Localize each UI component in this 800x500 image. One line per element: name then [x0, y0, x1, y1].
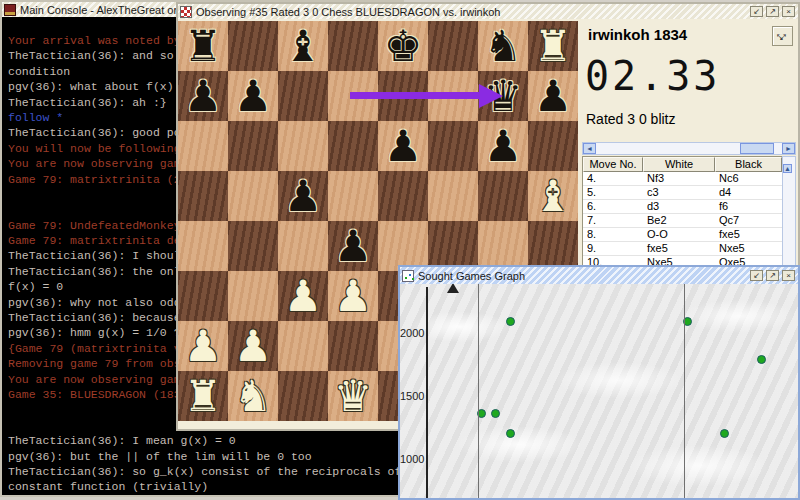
- console-line: TheTactician(36): so g_k(x) consist of t…: [8, 464, 402, 479]
- black-pawn-piece: ♟: [328, 221, 378, 271]
- white-pawn-piece: ♟: [228, 321, 278, 371]
- dock-icon[interactable]: ↙: [750, 6, 763, 17]
- square-f8[interactable]: [428, 21, 478, 71]
- square-a6[interactable]: [178, 121, 228, 171]
- move-cell: Nf3: [643, 172, 715, 185]
- graph-title: Sought Games Graph: [418, 270, 750, 282]
- square-g5[interactable]: [478, 171, 528, 221]
- move-row[interactable]: 8.O-Ofxe5: [583, 228, 782, 242]
- square-e5[interactable]: [378, 171, 428, 221]
- move-scrollbar-track[interactable]: [596, 143, 782, 154]
- move-cell: 8.: [583, 228, 643, 241]
- move-cell: f6: [715, 200, 782, 213]
- square-h8[interactable]: ♜: [528, 21, 578, 71]
- black-pawn-piece: ♟: [228, 71, 278, 121]
- move-cell: d3: [643, 200, 715, 213]
- white-knight-piece: ♞: [228, 371, 278, 421]
- console-line: TheTactician(36): I mean g(x) = 0: [8, 433, 402, 448]
- white-rook-piece: ♜: [528, 21, 578, 71]
- square-a8[interactable]: ♜: [178, 21, 228, 71]
- black-king-piece: ♚: [378, 21, 428, 71]
- square-e4[interactable]: [378, 221, 428, 271]
- square-g4[interactable]: [478, 221, 528, 271]
- dock-icon[interactable]: ↙: [750, 270, 763, 281]
- console-window-icon: [4, 4, 16, 16]
- console-line: constant function (trivially): [8, 479, 402, 494]
- app-screen: Main Console - AlexTheGreat on Free Int …: [0, 0, 800, 500]
- square-e8[interactable]: ♚: [378, 21, 428, 71]
- black-bishop-piece: ♝: [278, 21, 328, 71]
- square-b2[interactable]: ♟: [228, 321, 278, 371]
- white-pawn-piece: ♟: [328, 271, 378, 321]
- square-e6[interactable]: ♟: [378, 121, 428, 171]
- sought-graph-plot: 2000 1500 1000: [400, 284, 798, 498]
- move-cell: 9.: [583, 242, 643, 255]
- square-a5[interactable]: [178, 171, 228, 221]
- square-h7[interactable]: ♟: [528, 71, 578, 121]
- square-c7[interactable]: [278, 71, 328, 121]
- square-f5[interactable]: [428, 171, 478, 221]
- square-h4[interactable]: [528, 221, 578, 271]
- square-b4[interactable]: [228, 221, 278, 271]
- sought-game-dot[interactable]: [720, 429, 729, 438]
- square-d5[interactable]: [328, 171, 378, 221]
- sought-game-dot[interactable]: [757, 355, 766, 364]
- square-h6[interactable]: [528, 121, 578, 171]
- graph-window-icon: [402, 270, 414, 282]
- col-move-no[interactable]: Move No.: [583, 157, 643, 172]
- move-table-header: Move No. White Black: [583, 157, 782, 172]
- square-b5[interactable]: [228, 171, 278, 221]
- observing-title: Observing #35 Rated 3 0 Chess BLUESDRAGO…: [196, 6, 750, 18]
- black-rook-piece: ♜: [178, 21, 228, 71]
- scroll-up-icon[interactable]: ▲: [783, 164, 792, 173]
- square-h5[interactable]: ♝: [528, 171, 578, 221]
- sought-game-dot[interactable]: [506, 429, 515, 438]
- y-tick-2000: 2000: [400, 327, 424, 339]
- white-bishop-piece: ♝: [528, 171, 578, 221]
- black-pawn-piece: ♟: [178, 71, 228, 121]
- square-a1[interactable]: ♜: [178, 371, 228, 421]
- grid-line: [478, 284, 479, 498]
- black-clock: 02.33: [585, 53, 720, 99]
- sought-graph-window: Sought Games Graph ↙ ↗ × 2000 1500 1000: [398, 265, 800, 500]
- move-row[interactable]: 7.Be2Qc7: [583, 214, 782, 228]
- square-d8[interactable]: [328, 21, 378, 71]
- white-rook-piece: ♜: [178, 371, 228, 421]
- move-row[interactable]: 5.c3d4: [583, 186, 782, 200]
- black-pawn-piece: ♟: [528, 71, 578, 121]
- y-axis-arrow-icon: [447, 284, 459, 293]
- move-cell: Nxe5: [715, 242, 782, 255]
- square-b8[interactable]: [228, 21, 278, 71]
- col-black[interactable]: Black: [715, 157, 782, 172]
- square-g6[interactable]: ♟: [478, 121, 528, 171]
- sought-game-dot[interactable]: [491, 409, 500, 418]
- observing-window-icon: [180, 6, 192, 18]
- move-row[interactable]: 4.Nf3Nc6: [583, 172, 782, 186]
- square-d6[interactable]: [328, 121, 378, 171]
- black-pawn-piece: ♟: [378, 121, 428, 171]
- move-cell: Be2: [643, 214, 715, 227]
- move-cell: 7.: [583, 214, 643, 227]
- close-icon[interactable]: ×: [782, 6, 795, 17]
- rating-type-label: Rated 3 0 blitz: [586, 111, 676, 127]
- square-f4[interactable]: [428, 221, 478, 271]
- move-cell: fxe5: [715, 228, 782, 241]
- flip-board-button[interactable]: ↔ ↔: [772, 26, 793, 46]
- square-c6[interactable]: [278, 121, 328, 171]
- square-b7[interactable]: ♟: [228, 71, 278, 121]
- console-line: pgv(36): but the || of the lim will be 0…: [8, 449, 402, 464]
- move-scrollbar-thumb[interactable]: [740, 143, 774, 154]
- square-c8[interactable]: ♝: [278, 21, 328, 71]
- square-d1[interactable]: ♛: [328, 371, 378, 421]
- sought-game-dot[interactable]: [506, 317, 515, 326]
- observing-title-bar[interactable]: Observing #35 Rated 3 0 Chess BLUESDRAGO…: [178, 4, 798, 19]
- square-a7[interactable]: ♟: [178, 71, 228, 121]
- white-pawn-piece: ♟: [178, 321, 228, 371]
- square-a4[interactable]: [178, 221, 228, 271]
- square-g8[interactable]: ♞: [478, 21, 528, 71]
- undock-icon[interactable]: ↗: [766, 6, 779, 17]
- move-cell: c3: [643, 186, 715, 199]
- move-cell: d4: [715, 186, 782, 199]
- move-cell: 4.: [583, 172, 643, 185]
- square-a2[interactable]: ♟: [178, 321, 228, 371]
- black-pawn-piece: ♟: [478, 121, 528, 171]
- move-cell: 5.: [583, 186, 643, 199]
- white-pawn-piece: ♟: [278, 271, 328, 321]
- scroll-left-icon[interactable]: ◄: [583, 143, 596, 154]
- last-move-arrow: [350, 92, 480, 99]
- move-list-vscrollbar[interactable]: ▲: [782, 156, 796, 268]
- square-f6[interactable]: [428, 121, 478, 171]
- square-d4[interactable]: ♟: [328, 221, 378, 271]
- square-b3[interactable]: [228, 271, 278, 321]
- last-move-arrow-head: [479, 84, 503, 108]
- square-c1[interactable]: [278, 371, 328, 421]
- col-white[interactable]: White: [643, 157, 715, 172]
- square-c2[interactable]: [278, 321, 328, 371]
- square-a3[interactable]: [178, 271, 228, 321]
- y-tick-1500: 1500: [400, 390, 424, 402]
- square-c3[interactable]: ♟: [278, 271, 328, 321]
- close-icon[interactable]: ×: [782, 270, 795, 281]
- square-c4[interactable]: [278, 221, 328, 271]
- square-d3[interactable]: ♟: [328, 271, 378, 321]
- black-pawn-piece: ♟: [278, 171, 328, 221]
- move-row[interactable]: 6.d3f6: [583, 200, 782, 214]
- move-scrollbar[interactable]: ◄ ►: [582, 142, 796, 155]
- white-queen-piece: ♛: [328, 371, 378, 421]
- undock-icon[interactable]: ↗: [766, 270, 779, 281]
- y-tick-1000: 1000: [400, 453, 424, 465]
- move-row[interactable]: 9.fxe5Nxe5: [583, 242, 782, 256]
- square-b1[interactable]: ♞: [228, 371, 278, 421]
- black-knight-piece: ♞: [478, 21, 528, 71]
- scroll-right-icon[interactable]: ►: [782, 143, 795, 154]
- grid-line: [684, 284, 685, 498]
- move-cell: fxe5: [643, 242, 715, 255]
- square-b6[interactable]: [228, 121, 278, 171]
- y-axis: [426, 287, 428, 498]
- flip-board-icon: ↔: [772, 26, 792, 46]
- move-cell: Nc6: [715, 172, 782, 185]
- move-cell: 6.: [583, 200, 643, 213]
- square-c5[interactable]: ♟: [278, 171, 328, 221]
- move-cell: O-O: [643, 228, 715, 241]
- graph-title-bar[interactable]: Sought Games Graph ↙ ↗ ×: [400, 267, 798, 284]
- square-d2[interactable]: [328, 321, 378, 371]
- move-cell: Qc7: [715, 214, 782, 227]
- black-player-name: irwinkoh 1834: [588, 26, 687, 43]
